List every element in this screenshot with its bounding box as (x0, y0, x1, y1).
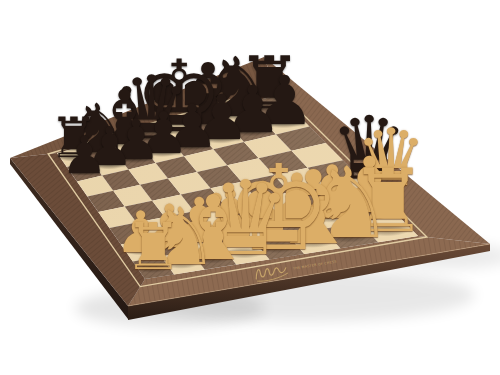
pieces-layer: ♜♞♝♛♚♝♞♜♟♟♟♟♟♟♟♟♟♟♟♟♟♟♟♟♜♞♝♛♚♝♞♜♛♛ (0, 0, 500, 375)
piece-black-pawn: ♟ (61, 129, 107, 180)
chess-set-photo: ♜♞♝♛♚♝♞♜♟♟♟♟♟♟♟♟♟♟♟♟♟♟♟♟♜♞♝♛♚♝♞♜♛♛ THE M… (0, 0, 500, 375)
piece-white-rook: ♜ (124, 215, 182, 279)
signature-caption: THE MASTER OF CHESS (293, 259, 337, 270)
